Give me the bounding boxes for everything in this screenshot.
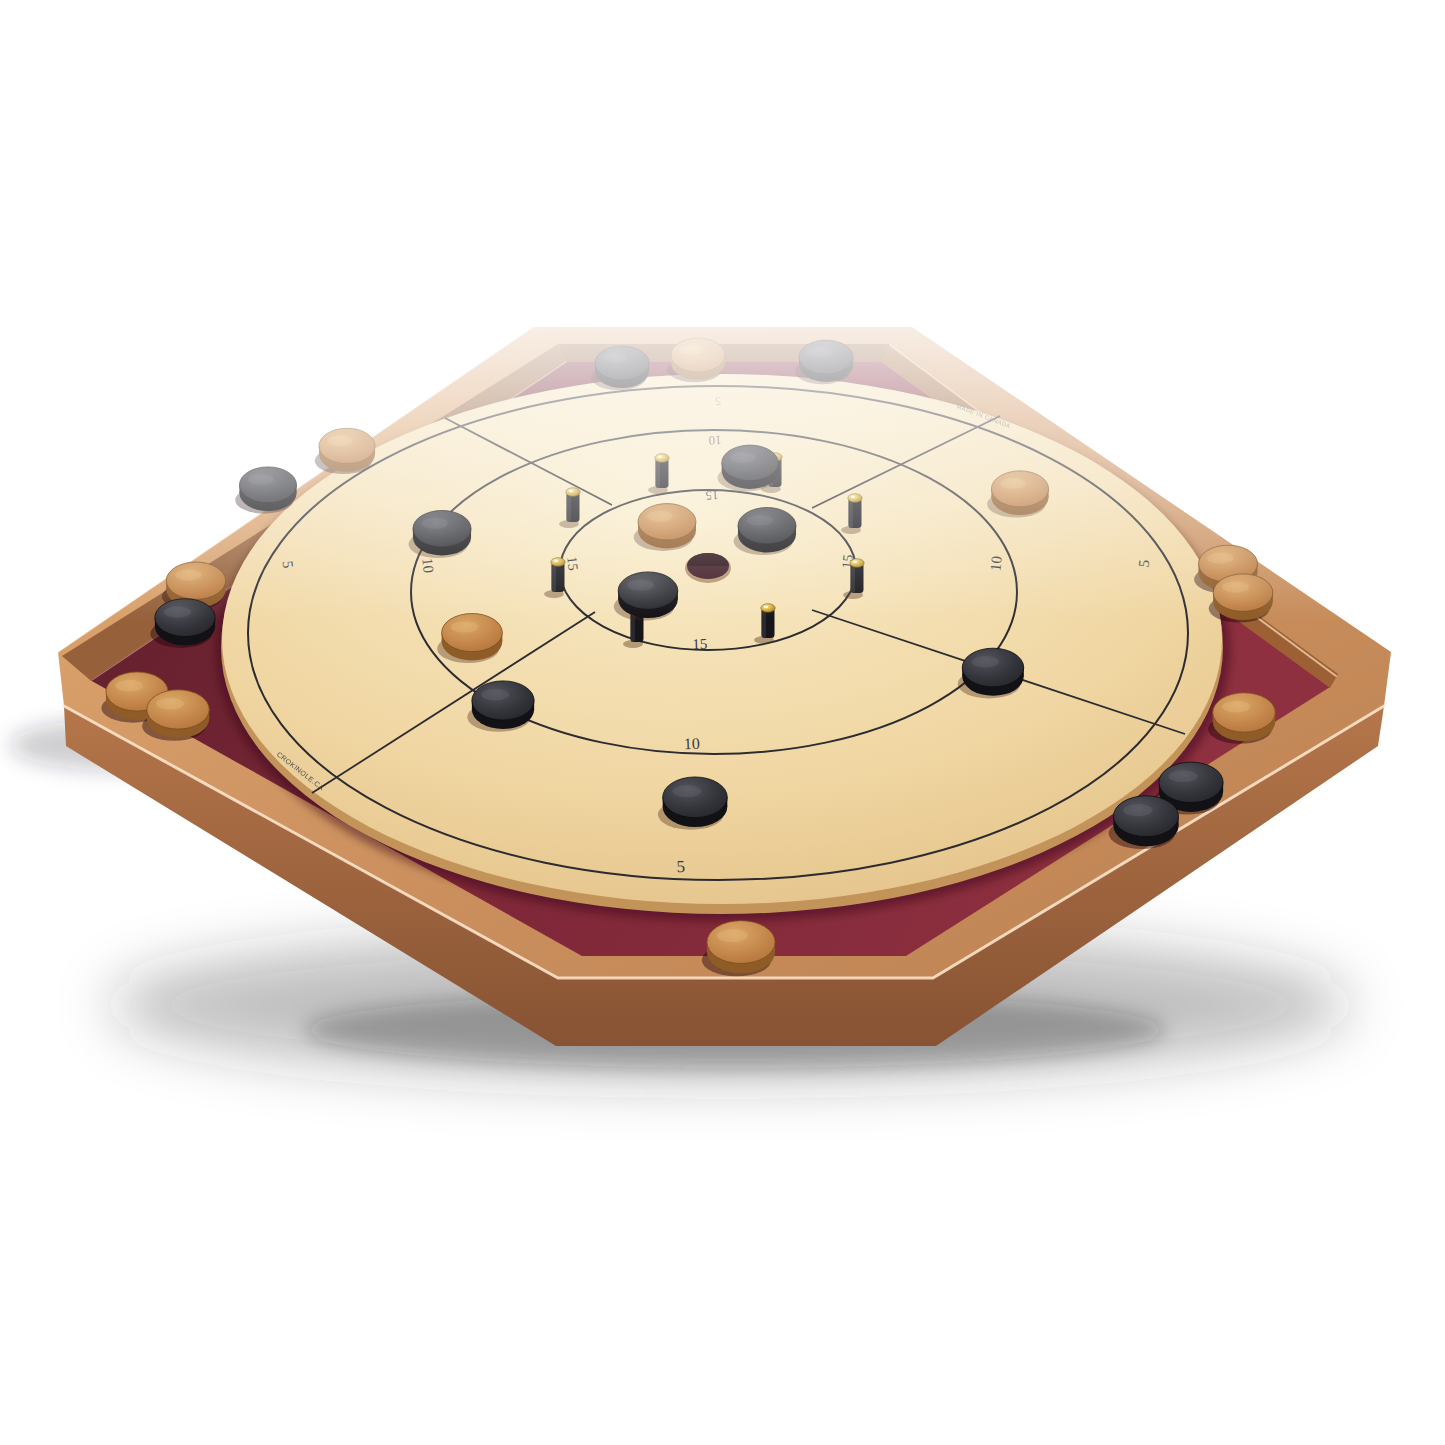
- crokinole-board: 15151515101010105555 CROKINOLE.CAMADE IN…: [0, 0, 1445, 1445]
- top-light-washout: [0, 0, 1445, 640]
- ring-label-10: 10: [684, 735, 701, 753]
- ring-label-5: 5: [676, 857, 685, 876]
- crokinole-photo-stage: 15151515101010105555 CROKINOLE.CAMADE IN…: [0, 0, 1445, 1445]
